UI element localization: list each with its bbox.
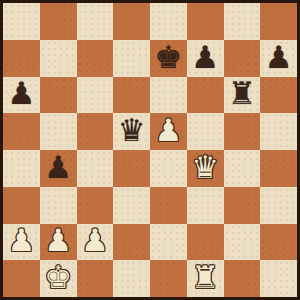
square-b1[interactable]: ♚ [40, 260, 77, 297]
white-king[interactable]: ♚ [44, 262, 72, 293]
square-h1[interactable] [260, 260, 297, 297]
square-f8[interactable] [187, 3, 224, 40]
square-e7[interactable]: ♚ [150, 40, 187, 77]
square-g4[interactable] [224, 150, 261, 187]
square-f6[interactable] [187, 77, 224, 114]
square-b8[interactable] [40, 3, 77, 40]
square-h6[interactable] [260, 77, 297, 114]
square-c7[interactable] [77, 40, 114, 77]
black-pawn[interactable]: ♟ [265, 42, 293, 73]
square-g6[interactable]: ♜ [224, 77, 261, 114]
square-h7[interactable]: ♟ [260, 40, 297, 77]
square-d6[interactable] [113, 77, 150, 114]
square-b6[interactable] [40, 77, 77, 114]
black-rook[interactable]: ♜ [228, 78, 256, 109]
square-h8[interactable] [260, 3, 297, 40]
square-h4[interactable] [260, 150, 297, 187]
square-c6[interactable] [77, 77, 114, 114]
square-g3[interactable] [224, 187, 261, 224]
square-e4[interactable] [150, 150, 187, 187]
square-f4[interactable]: ♛ [187, 150, 224, 187]
square-a4[interactable] [3, 150, 40, 187]
white-pawn[interactable]: ♟ [44, 225, 72, 256]
square-b3[interactable] [40, 187, 77, 224]
square-a5[interactable] [3, 113, 40, 150]
square-d4[interactable] [113, 150, 150, 187]
black-queen[interactable]: ♛ [118, 115, 146, 146]
square-e6[interactable] [150, 77, 187, 114]
white-rook[interactable]: ♜ [191, 262, 219, 293]
black-pawn[interactable]: ♟ [44, 152, 72, 183]
square-c2[interactable]: ♟ [77, 224, 114, 261]
square-a7[interactable] [3, 40, 40, 77]
board-frame: ♚♟♟♟♜♛♟♟♛♟♟♟♚♜ [0, 0, 300, 300]
square-e5[interactable]: ♟ [150, 113, 187, 150]
square-g5[interactable] [224, 113, 261, 150]
square-a2[interactable]: ♟ [3, 224, 40, 261]
square-a3[interactable] [3, 187, 40, 224]
square-g7[interactable] [224, 40, 261, 77]
white-pawn[interactable]: ♟ [154, 115, 182, 146]
square-d2[interactable] [113, 224, 150, 261]
square-h5[interactable] [260, 113, 297, 150]
square-d1[interactable] [113, 260, 150, 297]
black-pawn[interactable]: ♟ [7, 78, 35, 109]
square-f3[interactable] [187, 187, 224, 224]
chess-board: ♚♟♟♟♜♛♟♟♛♟♟♟♚♜ [3, 3, 297, 297]
square-c8[interactable] [77, 3, 114, 40]
square-f7[interactable]: ♟ [187, 40, 224, 77]
square-d5[interactable]: ♛ [113, 113, 150, 150]
square-e3[interactable] [150, 187, 187, 224]
square-g8[interactable] [224, 3, 261, 40]
square-c4[interactable] [77, 150, 114, 187]
square-f2[interactable] [187, 224, 224, 261]
square-b7[interactable] [40, 40, 77, 77]
square-a6[interactable]: ♟ [3, 77, 40, 114]
square-f5[interactable] [187, 113, 224, 150]
black-king[interactable]: ♚ [154, 42, 182, 73]
black-pawn[interactable]: ♟ [191, 42, 219, 73]
white-pawn[interactable]: ♟ [7, 225, 35, 256]
square-f1[interactable]: ♜ [187, 260, 224, 297]
square-d7[interactable] [113, 40, 150, 77]
square-h3[interactable] [260, 187, 297, 224]
square-g2[interactable] [224, 224, 261, 261]
square-e2[interactable] [150, 224, 187, 261]
square-c3[interactable] [77, 187, 114, 224]
square-h2[interactable] [260, 224, 297, 261]
square-d8[interactable] [113, 3, 150, 40]
square-b4[interactable]: ♟ [40, 150, 77, 187]
square-c1[interactable] [77, 260, 114, 297]
white-queen[interactable]: ♛ [191, 152, 219, 183]
square-e8[interactable] [150, 3, 187, 40]
square-e1[interactable] [150, 260, 187, 297]
square-a8[interactable] [3, 3, 40, 40]
white-pawn[interactable]: ♟ [81, 225, 109, 256]
square-c5[interactable] [77, 113, 114, 150]
square-g1[interactable] [224, 260, 261, 297]
square-b5[interactable] [40, 113, 77, 150]
square-d3[interactable] [113, 187, 150, 224]
square-b2[interactable]: ♟ [40, 224, 77, 261]
square-a1[interactable] [3, 260, 40, 297]
